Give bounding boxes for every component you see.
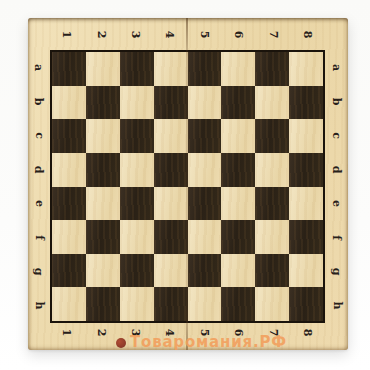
top-coordinates: 12345678 xyxy=(50,18,325,50)
square-d7 xyxy=(255,153,289,187)
bottom-coordinates: 12345678 xyxy=(50,323,325,350)
square-e1 xyxy=(52,187,86,221)
square-f3 xyxy=(120,220,154,254)
square-h4 xyxy=(154,287,188,321)
square-b1 xyxy=(52,86,86,120)
square-f4 xyxy=(154,220,188,254)
coord-left-e: e xyxy=(34,200,45,207)
square-a2 xyxy=(86,52,120,86)
coord-bottom-6: 6 xyxy=(234,329,245,337)
coord-bottom-1: 1 xyxy=(62,329,73,337)
coord-top-4: 4 xyxy=(165,30,176,38)
square-f6 xyxy=(221,220,255,254)
coord-right-f: f xyxy=(331,235,342,240)
coord-right-c: c xyxy=(331,132,342,139)
square-g8 xyxy=(289,254,323,288)
square-f1 xyxy=(52,220,86,254)
square-e3 xyxy=(120,187,154,221)
square-d1 xyxy=(52,153,86,187)
square-b5 xyxy=(188,86,222,120)
coord-top-6: 6 xyxy=(234,30,245,38)
square-a4 xyxy=(154,52,188,86)
square-f5 xyxy=(188,220,222,254)
square-c8 xyxy=(289,119,323,153)
square-g2 xyxy=(86,254,120,288)
square-c4 xyxy=(154,119,188,153)
square-a6 xyxy=(221,52,255,86)
coord-bottom-8: 8 xyxy=(302,329,313,337)
coord-top-1: 1 xyxy=(62,30,73,38)
square-b2 xyxy=(86,86,120,120)
square-e6 xyxy=(221,187,255,221)
square-g7 xyxy=(255,254,289,288)
square-f7 xyxy=(255,220,289,254)
square-h5 xyxy=(188,287,222,321)
square-d2 xyxy=(86,153,120,187)
square-d4 xyxy=(154,153,188,187)
chess-board: 12345678 12345678 abcdefgh abcdefgh Това… xyxy=(28,18,348,350)
square-b8 xyxy=(289,86,323,120)
square-e8 xyxy=(289,187,323,221)
square-h1 xyxy=(52,287,86,321)
square-d3 xyxy=(120,153,154,187)
right-coordinates: abcdefgh xyxy=(325,50,348,323)
square-d5 xyxy=(188,153,222,187)
square-c7 xyxy=(255,119,289,153)
square-g6 xyxy=(221,254,255,288)
square-d8 xyxy=(289,153,323,187)
coord-left-g: g xyxy=(33,268,44,276)
coord-right-b: b xyxy=(331,97,342,105)
square-a1 xyxy=(52,52,86,86)
square-e4 xyxy=(154,187,188,221)
product-photo: 12345678 12345678 abcdefgh abcdefgh Това… xyxy=(0,0,370,370)
square-b7 xyxy=(255,86,289,120)
coord-bottom-5: 5 xyxy=(199,329,210,337)
square-f2 xyxy=(86,220,120,254)
square-g1 xyxy=(52,254,86,288)
square-h3 xyxy=(120,287,154,321)
square-h8 xyxy=(289,287,323,321)
square-a8 xyxy=(289,52,323,86)
square-g4 xyxy=(154,254,188,288)
coord-bottom-7: 7 xyxy=(268,329,279,337)
coord-right-h: h xyxy=(331,302,342,310)
square-c2 xyxy=(86,119,120,153)
coord-left-c: c xyxy=(33,132,44,139)
coord-top-7: 7 xyxy=(268,30,279,38)
coord-left-f: f xyxy=(33,235,44,240)
square-c5 xyxy=(188,119,222,153)
square-b3 xyxy=(120,86,154,120)
square-h7 xyxy=(255,287,289,321)
coord-left-a: a xyxy=(33,63,44,70)
square-c6 xyxy=(221,119,255,153)
coord-top-8: 8 xyxy=(302,30,313,38)
coord-top-5: 5 xyxy=(199,30,210,38)
coord-left-d: d xyxy=(33,166,44,174)
coord-bottom-2: 2 xyxy=(96,329,107,337)
coord-right-a: a xyxy=(331,63,342,70)
playing-field xyxy=(50,50,325,323)
square-a5 xyxy=(188,52,222,86)
square-e7 xyxy=(255,187,289,221)
coord-top-2: 2 xyxy=(96,30,107,38)
square-g5 xyxy=(188,254,222,288)
square-c3 xyxy=(120,119,154,153)
square-e2 xyxy=(86,187,120,221)
square-h2 xyxy=(86,287,120,321)
square-b4 xyxy=(154,86,188,120)
coord-left-h: h xyxy=(34,302,45,310)
square-h6 xyxy=(221,287,255,321)
coord-bottom-4: 4 xyxy=(165,329,176,337)
coord-right-d: d xyxy=(331,166,342,174)
coord-right-g: g xyxy=(331,268,342,276)
coord-right-e: e xyxy=(331,200,342,207)
square-b6 xyxy=(221,86,255,120)
square-d6 xyxy=(221,153,255,187)
square-f8 xyxy=(289,220,323,254)
square-c1 xyxy=(52,119,86,153)
coord-top-3: 3 xyxy=(130,30,141,38)
square-a3 xyxy=(120,52,154,86)
square-g3 xyxy=(120,254,154,288)
left-coordinates: abcdefgh xyxy=(28,50,50,323)
coord-bottom-3: 3 xyxy=(130,329,141,337)
square-a7 xyxy=(255,52,289,86)
square-e5 xyxy=(188,187,222,221)
coord-left-b: b xyxy=(33,97,44,105)
